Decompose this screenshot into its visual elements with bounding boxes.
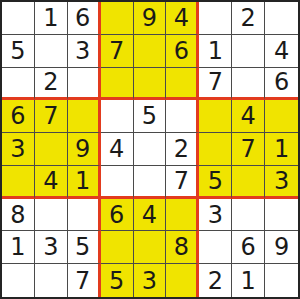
cell-r7c5[interactable]: 4 (134, 199, 167, 232)
sudoku-board: 1694253761427667543942714175386431358697… (0, 0, 300, 299)
cell-r3c2[interactable]: 2 (35, 68, 68, 101)
cell-r6c6[interactable]: 7 (166, 166, 199, 199)
cell-r1c8[interactable]: 2 (232, 2, 265, 35)
cell-r5c4[interactable]: 4 (101, 133, 134, 166)
cell-r7c3[interactable] (68, 199, 101, 232)
cell-r2c7[interactable]: 1 (199, 35, 232, 68)
cell-r5c2[interactable] (35, 133, 68, 166)
cell-r4c5[interactable]: 5 (134, 100, 167, 133)
cell-r8c6[interactable]: 8 (166, 231, 199, 264)
cell-r6c3[interactable]: 1 (68, 166, 101, 199)
cell-r5c1[interactable]: 3 (2, 133, 35, 166)
cell-r8c1[interactable]: 1 (2, 231, 35, 264)
cell-r4c9[interactable] (265, 100, 298, 133)
cell-r5c9[interactable]: 1 (265, 133, 298, 166)
cell-r5c5[interactable] (134, 133, 167, 166)
cell-r4c6[interactable] (166, 100, 199, 133)
cell-r6c2[interactable]: 4 (35, 166, 68, 199)
cell-r2c1[interactable]: 5 (2, 35, 35, 68)
cell-r2c8[interactable] (232, 35, 265, 68)
cell-r5c8[interactable]: 7 (232, 133, 265, 166)
cell-r5c7[interactable] (199, 133, 232, 166)
cell-r2c4[interactable]: 7 (101, 35, 134, 68)
cell-r4c4[interactable] (101, 100, 134, 133)
cell-r4c3[interactable] (68, 100, 101, 133)
cell-r4c2[interactable]: 7 (35, 100, 68, 133)
cell-r1c5[interactable]: 9 (134, 2, 167, 35)
cell-r7c6[interactable] (166, 199, 199, 232)
cell-r5c3[interactable]: 9 (68, 133, 101, 166)
cell-r6c7[interactable]: 5 (199, 166, 232, 199)
cell-r6c5[interactable] (134, 166, 167, 199)
cell-r5c6[interactable]: 2 (166, 133, 199, 166)
cell-r3c1[interactable] (2, 68, 35, 101)
cell-r6c9[interactable]: 3 (265, 166, 298, 199)
cell-r1c6[interactable]: 4 (166, 2, 199, 35)
cell-r9c8[interactable]: 1 (232, 264, 265, 297)
cell-r9c2[interactable] (35, 264, 68, 297)
cell-r3c3[interactable] (68, 68, 101, 101)
cell-r2c3[interactable]: 3 (68, 35, 101, 68)
cell-r2c9[interactable]: 4 (265, 35, 298, 68)
cell-r3c5[interactable] (134, 68, 167, 101)
cell-r1c4[interactable] (101, 2, 134, 35)
cell-r9c6[interactable] (166, 264, 199, 297)
cell-r6c8[interactable] (232, 166, 265, 199)
cell-r8c7[interactable] (199, 231, 232, 264)
cell-r1c2[interactable]: 1 (35, 2, 68, 35)
cell-r3c4[interactable] (101, 68, 134, 101)
cell-r3c8[interactable] (232, 68, 265, 101)
cell-r7c8[interactable] (232, 199, 265, 232)
cell-r9c1[interactable] (2, 264, 35, 297)
cell-r4c7[interactable] (199, 100, 232, 133)
cell-r8c3[interactable]: 5 (68, 231, 101, 264)
cell-r1c1[interactable] (2, 2, 35, 35)
cell-r4c8[interactable]: 4 (232, 100, 265, 133)
cell-r7c4[interactable]: 6 (101, 199, 134, 232)
cell-r3c7[interactable]: 7 (199, 68, 232, 101)
cell-r1c9[interactable] (265, 2, 298, 35)
cell-r2c6[interactable]: 6 (166, 35, 199, 68)
cell-r7c7[interactable]: 3 (199, 199, 232, 232)
cell-r3c6[interactable] (166, 68, 199, 101)
cell-r9c5[interactable]: 3 (134, 264, 167, 297)
cell-r1c3[interactable]: 6 (68, 2, 101, 35)
cell-r6c4[interactable] (101, 166, 134, 199)
cell-r2c2[interactable] (35, 35, 68, 68)
cell-r1c7[interactable] (199, 2, 232, 35)
cell-r8c4[interactable] (101, 231, 134, 264)
cell-r8c9[interactable]: 9 (265, 231, 298, 264)
cell-r4c1[interactable]: 6 (2, 100, 35, 133)
cell-r9c7[interactable]: 2 (199, 264, 232, 297)
cell-r8c8[interactable]: 6 (232, 231, 265, 264)
cell-r8c2[interactable]: 3 (35, 231, 68, 264)
cell-r8c5[interactable] (134, 231, 167, 264)
cell-r9c3[interactable]: 7 (68, 264, 101, 297)
cell-r7c1[interactable]: 8 (2, 199, 35, 232)
cell-r3c9[interactable]: 6 (265, 68, 298, 101)
cell-r7c2[interactable] (35, 199, 68, 232)
cell-r9c9[interactable] (265, 264, 298, 297)
cell-r9c4[interactable]: 5 (101, 264, 134, 297)
cell-r2c5[interactable] (134, 35, 167, 68)
cell-r7c9[interactable] (265, 199, 298, 232)
cell-r6c1[interactable] (2, 166, 35, 199)
